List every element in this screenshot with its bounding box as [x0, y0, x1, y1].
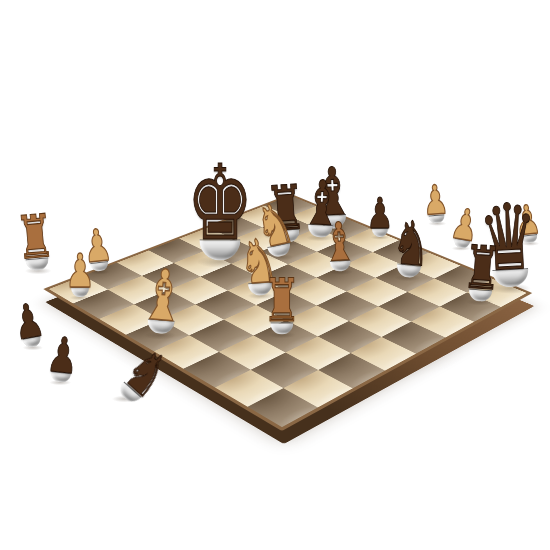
rook-glyph: ♜ [462, 244, 503, 293]
pawn-glyph: ♟ [65, 253, 95, 289]
rook-glyph: ♜ [14, 213, 56, 262]
bishop-glyph: ♝ [321, 220, 357, 263]
rook-glyph: ♜ [263, 278, 301, 324]
knight-glyph: ♞ [117, 344, 176, 404]
pawn-glyph: ♟ [11, 301, 47, 342]
pawn-glyph: ♟ [45, 335, 80, 376]
product-photo-scene: ♜♟♟♝♞♞♜♝♚♜♝♝♟♞♜♛♟♟♟♟♟♞ [0, 0, 550, 550]
bishop-glyph: ♝ [138, 267, 188, 325]
knight-glyph: ♞ [390, 219, 434, 270]
